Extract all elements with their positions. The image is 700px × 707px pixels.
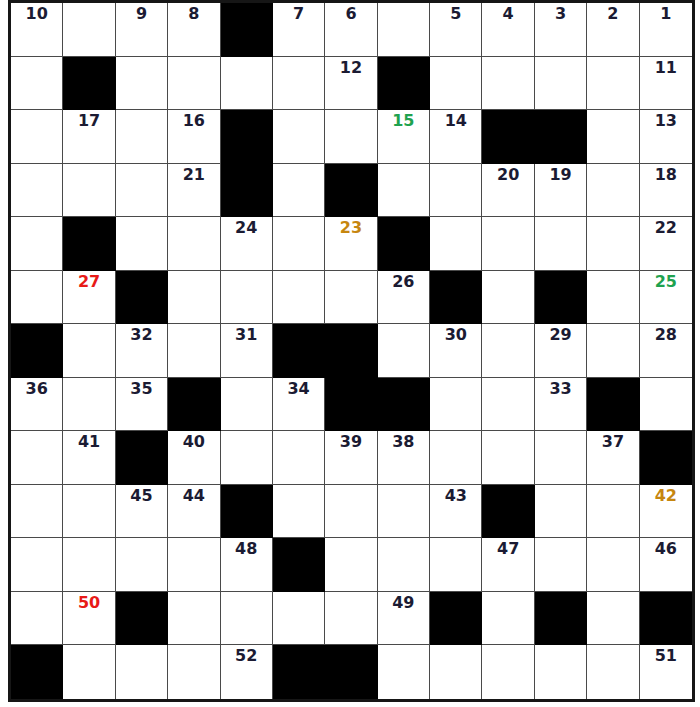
clue-number-28: 28: [640, 326, 692, 344]
cell-r7c13[interactable]: 28: [640, 324, 692, 378]
cell-r8c1[interactable]: 36: [11, 378, 63, 432]
cell-r2c9[interactable]: [430, 57, 482, 111]
cell-r7c9[interactable]: 30: [430, 324, 482, 378]
cell-r3c3[interactable]: [116, 110, 168, 164]
clue-number-24: 24: [221, 219, 272, 237]
black-cell-r12c3: [116, 592, 168, 646]
clue-number-27: 27: [63, 273, 114, 291]
cell-r4c12[interactable]: [587, 164, 639, 218]
cell-r9c10[interactable]: [482, 431, 534, 485]
clue-number-48: 48: [221, 540, 272, 558]
cell-r10c6[interactable]: [273, 485, 325, 539]
cell-r1c4[interactable]: 8: [168, 3, 220, 57]
cell-r8c3[interactable]: 35: [116, 378, 168, 432]
clue-number-43: 43: [430, 487, 481, 505]
cell-r4c3[interactable]: [116, 164, 168, 218]
cell-r8c9[interactable]: [430, 378, 482, 432]
cell-r11c8[interactable]: [378, 538, 430, 592]
cell-r1c1[interactable]: 10: [11, 3, 63, 57]
black-cell-r2c8: [378, 57, 430, 111]
clue-number-32: 32: [116, 326, 167, 344]
cell-r11c9[interactable]: [430, 538, 482, 592]
black-cell-r1c5: [221, 3, 273, 57]
cell-r6c13[interactable]: 25: [640, 271, 692, 325]
cell-r13c3[interactable]: [116, 645, 168, 699]
clue-number-11: 11: [640, 59, 692, 77]
black-cell-r6c11: [535, 271, 587, 325]
black-cell-r3c11: [535, 110, 587, 164]
clue-number-33: 33: [535, 380, 586, 398]
black-cell-r8c4: [168, 378, 220, 432]
cell-r9c12[interactable]: 37: [587, 431, 639, 485]
clue-number-46: 46: [640, 540, 692, 558]
cell-r12c4[interactable]: [168, 592, 220, 646]
clue-number-9: 9: [116, 5, 167, 23]
clue-number-51: 51: [640, 647, 692, 665]
crossword-grid: 1098765432112111716151413212019182423222…: [8, 0, 695, 702]
cell-r4c6[interactable]: [273, 164, 325, 218]
black-cell-r6c3: [116, 271, 168, 325]
cell-r10c2[interactable]: [63, 485, 115, 539]
cell-r6c12[interactable]: [587, 271, 639, 325]
cell-r6c8[interactable]: 26: [378, 271, 430, 325]
clue-number-19: 19: [535, 166, 586, 184]
cell-r10c7[interactable]: [325, 485, 377, 539]
clue-number-3: 3: [535, 5, 586, 23]
cell-r5c12[interactable]: [587, 217, 639, 271]
cell-r2c13[interactable]: 11: [640, 57, 692, 111]
cell-r13c9[interactable]: [430, 645, 482, 699]
cell-r5c6[interactable]: [273, 217, 325, 271]
cell-r6c10[interactable]: [482, 271, 534, 325]
black-cell-r10c10: [482, 485, 534, 539]
cell-r12c7[interactable]: [325, 592, 377, 646]
cell-r7c4[interactable]: [168, 324, 220, 378]
black-cell-r10c5: [221, 485, 273, 539]
cell-r6c5[interactable]: [221, 271, 273, 325]
black-cell-r3c5: [221, 110, 273, 164]
cell-r10c8[interactable]: [378, 485, 430, 539]
cell-r13c11[interactable]: [535, 645, 587, 699]
clue-number-30: 30: [430, 326, 481, 344]
cell-r6c1[interactable]: [11, 271, 63, 325]
cell-r10c4[interactable]: 44: [168, 485, 220, 539]
cell-r4c11[interactable]: 19: [535, 164, 587, 218]
clue-number-31: 31: [221, 326, 272, 344]
cell-r12c8[interactable]: 49: [378, 592, 430, 646]
black-cell-r5c8: [378, 217, 430, 271]
clue-number-45: 45: [116, 487, 167, 505]
cell-r5c11[interactable]: [535, 217, 587, 271]
cell-r1c6[interactable]: 7: [273, 3, 325, 57]
cell-r9c9[interactable]: [430, 431, 482, 485]
clue-number-52: 52: [221, 647, 272, 665]
cell-r9c6[interactable]: [273, 431, 325, 485]
black-cell-r13c6: [273, 645, 325, 699]
cell-r1c11[interactable]: 3: [535, 3, 587, 57]
cell-r4c1[interactable]: [11, 164, 63, 218]
cell-r2c11[interactable]: [535, 57, 587, 111]
cell-r9c1[interactable]: [11, 431, 63, 485]
black-cell-r12c9: [430, 592, 482, 646]
cell-r4c9[interactable]: [430, 164, 482, 218]
cell-r11c10[interactable]: 47: [482, 538, 534, 592]
cell-r13c12[interactable]: [587, 645, 639, 699]
clue-number-10: 10: [11, 5, 62, 23]
cell-r13c4[interactable]: [168, 645, 220, 699]
cell-r4c4[interactable]: 21: [168, 164, 220, 218]
clue-number-1: 1: [640, 5, 692, 23]
cell-r8c5[interactable]: [221, 378, 273, 432]
clue-number-26: 26: [378, 273, 429, 291]
clue-number-44: 44: [168, 487, 219, 505]
cell-r12c5[interactable]: [221, 592, 273, 646]
cell-r11c3[interactable]: [116, 538, 168, 592]
cell-r8c2[interactable]: [63, 378, 115, 432]
cell-r11c2[interactable]: [63, 538, 115, 592]
clue-number-42: 42: [640, 487, 692, 505]
clue-number-39: 39: [325, 433, 376, 451]
clue-number-15: 15: [378, 112, 429, 130]
clue-number-6: 6: [325, 5, 376, 23]
cell-r2c5[interactable]: [221, 57, 273, 111]
cell-r8c10[interactable]: [482, 378, 534, 432]
cell-r9c5[interactable]: [221, 431, 273, 485]
clue-number-41: 41: [63, 433, 114, 451]
black-cell-r6c9: [430, 271, 482, 325]
cell-r3c7[interactable]: [325, 110, 377, 164]
clue-number-4: 4: [482, 5, 533, 23]
cell-r5c4[interactable]: [168, 217, 220, 271]
black-cell-r2c2: [63, 57, 115, 111]
cell-r9c4[interactable]: 40: [168, 431, 220, 485]
cell-r3c12[interactable]: [587, 110, 639, 164]
black-cell-r11c6: [273, 538, 325, 592]
clue-number-21: 21: [168, 166, 219, 184]
black-cell-r8c7: [325, 378, 377, 432]
clue-number-37: 37: [587, 433, 638, 451]
cell-r7c11[interactable]: 29: [535, 324, 587, 378]
cell-r13c2[interactable]: [63, 645, 115, 699]
cell-r6c2[interactable]: 27: [63, 271, 115, 325]
cell-r1c10[interactable]: 4: [482, 3, 534, 57]
cell-r11c4[interactable]: [168, 538, 220, 592]
clue-number-29: 29: [535, 326, 586, 344]
clue-number-50: 50: [63, 594, 114, 612]
cell-r13c5[interactable]: 52: [221, 645, 273, 699]
cell-r2c10[interactable]: [482, 57, 534, 111]
cell-r11c1[interactable]: [11, 538, 63, 592]
black-cell-r4c7: [325, 164, 377, 218]
cell-r4c8[interactable]: [378, 164, 430, 218]
cell-r3c9[interactable]: 14: [430, 110, 482, 164]
clue-number-13: 13: [640, 112, 692, 130]
cell-r3c13[interactable]: 13: [640, 110, 692, 164]
cell-r1c3[interactable]: 9: [116, 3, 168, 57]
black-cell-r9c3: [116, 431, 168, 485]
cell-r5c5[interactable]: 24: [221, 217, 273, 271]
cell-r9c11[interactable]: [535, 431, 587, 485]
cell-r8c6[interactable]: 34: [273, 378, 325, 432]
black-cell-r5c2: [63, 217, 115, 271]
cell-r10c3[interactable]: 45: [116, 485, 168, 539]
cell-r2c12[interactable]: [587, 57, 639, 111]
clue-number-14: 14: [430, 112, 481, 130]
cell-r1c7[interactable]: 6: [325, 3, 377, 57]
cell-r1c12[interactable]: 2: [587, 3, 639, 57]
black-cell-r13c1: [11, 645, 63, 699]
cell-r12c6[interactable]: [273, 592, 325, 646]
cell-r1c9[interactable]: 5: [430, 3, 482, 57]
cell-r10c1[interactable]: [11, 485, 63, 539]
clue-number-12: 12: [325, 59, 376, 77]
cell-r13c8[interactable]: [378, 645, 430, 699]
cell-r13c10[interactable]: [482, 645, 534, 699]
clue-number-36: 36: [11, 380, 62, 398]
clue-number-8: 8: [168, 5, 219, 23]
cell-r12c1[interactable]: [11, 592, 63, 646]
cell-r12c2[interactable]: 50: [63, 592, 115, 646]
cell-r7c8[interactable]: [378, 324, 430, 378]
black-cell-r7c1: [11, 324, 63, 378]
cell-r3c1[interactable]: [11, 110, 63, 164]
cell-r1c8[interactable]: [378, 3, 430, 57]
clue-number-35: 35: [116, 380, 167, 398]
cell-r10c11[interactable]: [535, 485, 587, 539]
clue-number-22: 22: [640, 219, 692, 237]
black-cell-r3c10: [482, 110, 534, 164]
cell-r9c7[interactable]: 39: [325, 431, 377, 485]
cell-r10c9[interactable]: 43: [430, 485, 482, 539]
cell-r5c10[interactable]: [482, 217, 534, 271]
cell-r4c2[interactable]: [63, 164, 115, 218]
cell-r6c4[interactable]: [168, 271, 220, 325]
cell-r5c1[interactable]: [11, 217, 63, 271]
cell-r7c12[interactable]: [587, 324, 639, 378]
cell-r11c5[interactable]: 48: [221, 538, 273, 592]
cell-r12c12[interactable]: [587, 592, 639, 646]
cell-r5c13[interactable]: 22: [640, 217, 692, 271]
cell-r2c3[interactable]: [116, 57, 168, 111]
black-cell-r8c12: [587, 378, 639, 432]
cell-r1c2[interactable]: [63, 3, 115, 57]
cell-r7c10[interactable]: [482, 324, 534, 378]
clue-number-23: 23: [325, 219, 376, 237]
cell-r7c2[interactable]: [63, 324, 115, 378]
black-cell-r9c13: [640, 431, 692, 485]
black-cell-r8c8: [378, 378, 430, 432]
black-cell-r12c11: [535, 592, 587, 646]
cell-r2c1[interactable]: [11, 57, 63, 111]
cell-r3c8[interactable]: 15: [378, 110, 430, 164]
cell-r11c11[interactable]: [535, 538, 587, 592]
cell-r5c7[interactable]: 23: [325, 217, 377, 271]
cell-r4c10[interactable]: 20: [482, 164, 534, 218]
cell-r5c9[interactable]: [430, 217, 482, 271]
cell-r13c13[interactable]: 51: [640, 645, 692, 699]
cell-r10c13[interactable]: 42: [640, 485, 692, 539]
clue-number-16: 16: [168, 112, 219, 130]
cell-r6c7[interactable]: [325, 271, 377, 325]
black-cell-r7c6: [273, 324, 325, 378]
cell-r2c7[interactable]: 12: [325, 57, 377, 111]
cell-r3c4[interactable]: 16: [168, 110, 220, 164]
crossword-page: 1098765432112111716151413212019182423222…: [0, 0, 700, 707]
black-cell-r13c7: [325, 645, 377, 699]
clue-number-2: 2: [587, 5, 638, 23]
cell-r11c12[interactable]: [587, 538, 639, 592]
cell-r2c4[interactable]: [168, 57, 220, 111]
cell-r9c2[interactable]: 41: [63, 431, 115, 485]
clue-number-17: 17: [63, 112, 114, 130]
clue-number-20: 20: [482, 166, 533, 184]
clue-number-40: 40: [168, 433, 219, 451]
cell-r5c3[interactable]: [116, 217, 168, 271]
clue-number-5: 5: [430, 5, 481, 23]
cell-r7c5[interactable]: 31: [221, 324, 273, 378]
clue-number-7: 7: [273, 5, 324, 23]
cell-r10c12[interactable]: [587, 485, 639, 539]
cell-r4c13[interactable]: 18: [640, 164, 692, 218]
cell-r8c13[interactable]: [640, 378, 692, 432]
clue-number-25: 25: [640, 273, 692, 291]
cell-r8c11[interactable]: 33: [535, 378, 587, 432]
cell-r9c8[interactable]: 38: [378, 431, 430, 485]
clue-number-34: 34: [273, 380, 324, 398]
cell-r3c6[interactable]: [273, 110, 325, 164]
black-cell-r4c5: [221, 164, 273, 218]
clue-number-18: 18: [640, 166, 692, 184]
cell-r12c10[interactable]: [482, 592, 534, 646]
cell-r11c7[interactable]: [325, 538, 377, 592]
clue-number-49: 49: [378, 594, 429, 612]
cell-r1c13[interactable]: 1: [640, 3, 692, 57]
cell-r2c6[interactable]: [273, 57, 325, 111]
black-cell-r12c13: [640, 592, 692, 646]
cell-r6c6[interactable]: [273, 271, 325, 325]
black-cell-r7c7: [325, 324, 377, 378]
cell-r3c2[interactable]: 17: [63, 110, 115, 164]
clue-number-38: 38: [378, 433, 429, 451]
cell-r7c3[interactable]: 32: [116, 324, 168, 378]
cell-r11c13[interactable]: 46: [640, 538, 692, 592]
clue-number-47: 47: [482, 540, 533, 558]
